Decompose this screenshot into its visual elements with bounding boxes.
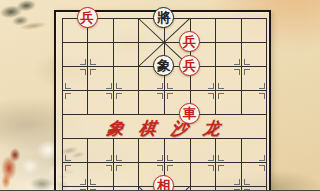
point-marker [90, 179, 96, 185]
grid-line [215, 138, 216, 191]
point-marker [80, 179, 86, 185]
point-marker [244, 189, 250, 191]
piece-red-soldier[interactable]: 兵 [77, 7, 98, 28]
point-marker [208, 93, 214, 99]
point-marker [244, 179, 250, 185]
river-label: 象棋沙龙 [60, 117, 267, 140]
point-marker [244, 59, 250, 65]
grid-line [138, 138, 139, 191]
point-marker [259, 93, 265, 99]
point-marker [208, 155, 214, 161]
point-marker [167, 165, 173, 171]
point-marker [259, 155, 265, 161]
point-marker [116, 165, 122, 171]
grid-line [190, 138, 191, 191]
piece-black-general[interactable]: 將 [153, 7, 174, 28]
point-marker [116, 155, 122, 161]
point-marker [234, 189, 240, 191]
grid-line [87, 18, 88, 115]
point-marker [90, 189, 96, 191]
point-marker [208, 83, 214, 89]
point-marker [234, 179, 240, 185]
point-marker [65, 83, 71, 89]
grid-line [87, 138, 88, 191]
point-marker [106, 93, 112, 99]
point-marker [218, 83, 224, 89]
point-marker [106, 165, 112, 171]
point-marker [116, 83, 122, 89]
piece-red-elephant[interactable]: 相 [153, 175, 174, 190]
point-marker [208, 165, 214, 171]
red-bird-painting [0, 146, 26, 190]
point-marker [90, 59, 96, 65]
point-marker [167, 155, 173, 161]
point-marker [106, 83, 112, 89]
point-marker [80, 189, 86, 191]
grid-line [113, 138, 114, 191]
grid-line [241, 18, 242, 115]
point-marker [65, 93, 71, 99]
branch-painting [0, 0, 52, 39]
grid-line [62, 18, 63, 191]
xiangqi-board[interactable]: 象棋沙龙 兵將兵象兵車相 [54, 10, 271, 190]
point-marker [65, 155, 71, 161]
point-marker [90, 69, 96, 75]
point-marker [218, 165, 224, 171]
grid-line [113, 18, 114, 115]
piece-red-chariot[interactable]: 車 [179, 103, 200, 124]
point-marker [80, 69, 86, 75]
point-marker [259, 165, 265, 171]
point-marker [157, 83, 163, 89]
point-marker [244, 69, 250, 75]
piece-red-soldier[interactable]: 兵 [179, 55, 200, 76]
piece-red-soldier[interactable]: 兵 [179, 31, 200, 52]
piece-black-elephant[interactable]: 象 [153, 55, 174, 76]
point-marker [157, 93, 163, 99]
point-marker [234, 69, 240, 75]
point-marker [157, 155, 163, 161]
point-marker [106, 155, 112, 161]
point-marker [80, 59, 86, 65]
point-marker [234, 59, 240, 65]
point-marker [259, 83, 265, 89]
point-marker [167, 83, 173, 89]
grid-line [241, 138, 242, 191]
grid-line [215, 18, 216, 115]
point-marker [167, 93, 173, 99]
point-marker [218, 93, 224, 99]
point-marker [218, 155, 224, 161]
grid-line [266, 18, 267, 191]
point-marker [65, 165, 71, 171]
point-marker [157, 165, 163, 171]
point-marker [116, 93, 122, 99]
screenshot-root: 象棋沙龙 兵將兵象兵車相 [0, 0, 320, 190]
